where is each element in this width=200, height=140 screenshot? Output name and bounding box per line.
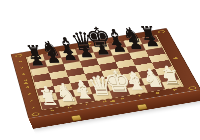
rank-label-2: 2 [26,98,37,102]
rank-label-1: 1 [28,105,39,109]
brass-diamond-ornament [23,82,29,84]
square-c6[interactable] [63,61,82,70]
square-b7[interactable]: ♟ [45,58,63,67]
board-3d: abcdefgh12345678 ♜♞♝♛♚♝♞♜♟♟♟♟♟♟♟♟♟♟♟♟♟♟♟… [11,28,200,118]
brass-clasp [71,115,82,121]
rank-label-6: 6 [19,72,29,76]
square-b1[interactable]: ♞ [58,97,78,107]
brass-diamond-ornament [173,57,179,59]
brass-diamond-ornament [110,100,116,102]
black-pawn-h7[interactable]: ♟ [142,32,161,48]
square-a1[interactable]: ♜ [41,100,61,110]
rank-label-7: 7 [17,66,27,70]
chess-set-photo: abcdefgh12345678 ♜♞♝♛♚♝♞♜♟♟♟♟♟♟♟♟♟♟♟♟♟♟♟… [0,0,200,140]
brass-ring-ornament [15,54,23,58]
rank-label-5: 5 [20,78,31,82]
rank-label-4: 4 [22,85,33,89]
brass-ring-ornament [157,30,165,34]
rank-label-8: 8 [15,60,25,64]
rank-label-3: 3 [24,92,35,96]
brass-clasp [137,104,148,110]
